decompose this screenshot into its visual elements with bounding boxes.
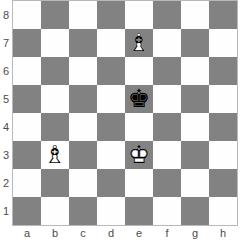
board-square-b8[interactable] [41,1,69,29]
board-square-a6[interactable] [13,57,41,85]
board-square-d8[interactable] [97,1,125,29]
board-square-d1[interactable] [97,197,125,225]
piece-outline-layer: ♔ [125,141,153,169]
file-label-b: b [41,226,69,240]
board-square-g6[interactable] [181,57,209,85]
board-square-b1[interactable] [41,197,69,225]
board-square-c6[interactable] [69,57,97,85]
board-square-f2[interactable] [153,169,181,197]
board-square-f7[interactable] [153,29,181,57]
board-square-f6[interactable] [153,57,181,85]
board-square-b2[interactable] [41,169,69,197]
board-square-h3[interactable] [209,141,237,169]
board-square-g4[interactable] [181,113,209,141]
board-square-g8[interactable] [181,1,209,29]
board-square-b6[interactable] [41,57,69,85]
board-square-g5[interactable] [181,85,209,113]
board-square-f3[interactable] [153,141,181,169]
board-square-c8[interactable] [69,1,97,29]
board-square-h2[interactable] [209,169,237,197]
chess-diagram: 87654321 ♝♗♚♝♗♚♔ abcdefgh [0,0,240,240]
board-square-f1[interactable] [153,197,181,225]
board-square-e6[interactable] [125,57,153,85]
file-labels: abcdefgh [13,226,237,240]
board-square-a3[interactable] [13,141,41,169]
chess-piece-white-bishop-b3[interactable]: ♝♗ [41,141,69,169]
board-square-h6[interactable] [209,57,237,85]
board-square-c4[interactable] [69,113,97,141]
board-square-d2[interactable] [97,169,125,197]
board-square-e7[interactable]: ♝♗ [125,29,153,57]
board-square-d4[interactable] [97,113,125,141]
board-square-h5[interactable] [209,85,237,113]
board-square-e2[interactable] [125,169,153,197]
board-square-f8[interactable] [153,1,181,29]
board-square-g1[interactable] [181,197,209,225]
board-square-e1[interactable] [125,197,153,225]
rank-label-8: 8 [0,1,12,29]
board-square-c2[interactable] [69,169,97,197]
rank-label-4: 4 [0,113,12,141]
file-label-f: f [153,226,181,240]
board-square-b7[interactable] [41,29,69,57]
board-square-b3[interactable]: ♝♗ [41,141,69,169]
board-square-b4[interactable] [41,113,69,141]
board-square-h8[interactable] [209,1,237,29]
rank-labels: 87654321 [0,1,12,225]
chess-piece-white-king-e3[interactable]: ♚♔ [125,141,153,169]
board-square-e3[interactable]: ♚♔ [125,141,153,169]
board-square-f4[interactable] [153,113,181,141]
board-square-f5[interactable] [153,85,181,113]
board-square-a8[interactable] [13,1,41,29]
file-label-d: d [97,226,125,240]
file-label-a: a [13,226,41,240]
board-square-a7[interactable] [13,29,41,57]
board-square-d5[interactable] [97,85,125,113]
rank-label-5: 5 [0,85,12,113]
board-square-a2[interactable] [13,169,41,197]
board-square-e8[interactable] [125,1,153,29]
board-square-g3[interactable] [181,141,209,169]
piece-outline-layer: ♗ [41,141,69,169]
piece-outline-layer: ♗ [125,29,153,57]
board-square-c5[interactable] [69,85,97,113]
board-square-c7[interactable] [69,29,97,57]
board-square-d3[interactable] [97,141,125,169]
file-label-g: g [181,226,209,240]
board-square-g2[interactable] [181,169,209,197]
board-square-e5[interactable]: ♚ [125,85,153,113]
board-square-h4[interactable] [209,113,237,141]
board-square-e4[interactable] [125,113,153,141]
board-square-d6[interactable] [97,57,125,85]
rank-label-3: 3 [0,141,12,169]
rank-label-6: 6 [0,57,12,85]
board-square-g7[interactable] [181,29,209,57]
board-square-a1[interactable] [13,197,41,225]
board-square-h7[interactable] [209,29,237,57]
chess-board[interactable]: ♝♗♚♝♗♚♔ [12,0,238,226]
board-square-a4[interactable] [13,113,41,141]
board-square-b5[interactable] [41,85,69,113]
board-square-a5[interactable] [13,85,41,113]
rank-label-7: 7 [0,29,12,57]
board-square-d7[interactable] [97,29,125,57]
rank-label-1: 1 [0,197,12,225]
board-square-h1[interactable] [209,197,237,225]
chess-piece-black-king-e5[interactable]: ♚ [125,85,153,113]
file-label-e: e [125,226,153,240]
rank-label-2: 2 [0,169,12,197]
chess-piece-white-bishop-e7[interactable]: ♝♗ [125,29,153,57]
board-square-c3[interactable] [69,141,97,169]
file-label-c: c [69,226,97,240]
board-square-c1[interactable] [69,197,97,225]
file-label-h: h [209,226,237,240]
